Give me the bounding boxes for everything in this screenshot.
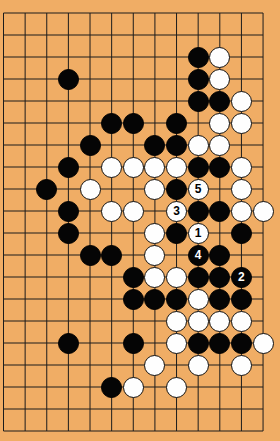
white-stone[interactable] [209,69,230,90]
black-stone[interactable] [188,69,209,90]
board-intersection [101,156,123,178]
black-stone[interactable] [123,267,144,288]
board-intersection [187,266,209,288]
black-stone[interactable] [209,245,230,266]
board-intersection [166,222,188,244]
white-stone[interactable] [231,201,252,222]
black-stone[interactable] [188,91,209,112]
board-intersection [187,354,209,376]
black-stone[interactable] [166,179,187,200]
board-intersection [166,288,188,310]
board-intersection [122,156,144,178]
board-intersection [36,178,58,200]
black-stone[interactable] [188,201,209,222]
board-intersection [231,112,253,134]
black-stone[interactable] [231,223,252,244]
white-stone[interactable] [209,311,230,332]
board-intersection [166,112,188,134]
white-stone[interactable] [188,355,209,376]
board-intersection [209,200,231,222]
board-intersection [122,288,144,310]
white-stone[interactable] [123,157,144,178]
white-stone[interactable] [253,201,274,222]
black-stone[interactable] [58,333,79,354]
board-intersection [231,332,253,354]
white-stone[interactable] [209,135,230,156]
board-intersection [231,354,253,376]
board-intersection [122,266,144,288]
board-intersection [58,332,80,354]
board-intersection [231,178,253,200]
board-intersection [101,112,123,134]
white-stone[interactable] [253,333,274,354]
black-stone[interactable] [188,157,209,178]
board-intersection [209,68,231,90]
black-stone[interactable] [58,157,79,178]
board-intersection [79,178,101,200]
board-intersection [144,288,166,310]
board-intersection: 5 [187,178,209,200]
board-intersection [58,156,80,178]
board-intersection [231,90,253,112]
stone-layer: 53142 [0,2,274,441]
black-stone[interactable] [188,333,209,354]
white-stone[interactable] [188,311,209,332]
black-stone[interactable] [188,47,209,68]
board-intersection [122,332,144,354]
board-intersection [187,68,209,90]
black-stone[interactable] [209,91,230,112]
board-intersection [58,200,80,222]
black-stone[interactable] [166,113,187,134]
board-intersection [209,112,231,134]
board-intersection [101,200,123,222]
white-stone[interactable] [144,179,165,200]
white-stone[interactable] [231,311,252,332]
black-stone[interactable] [209,333,230,354]
board-intersection: 2 [231,266,253,288]
board-intersection [122,200,144,222]
board-intersection [252,200,274,222]
black-stone[interactable] [188,267,209,288]
board-intersection [101,244,123,266]
black-stone[interactable] [231,333,252,354]
white-stone[interactable] [144,245,165,266]
white-stone[interactable] [80,179,101,200]
board-intersection [209,46,231,68]
black-stone[interactable] [209,289,230,310]
board-intersection [166,376,188,398]
white-stone[interactable] [231,355,252,376]
black-stone[interactable] [231,289,252,310]
board-intersection [166,332,188,354]
board-intersection [187,156,209,178]
board-intersection [144,156,166,178]
black-stone[interactable] [58,69,79,90]
board-intersection [79,244,101,266]
white-stone[interactable] [144,267,165,288]
board-intersection [187,310,209,332]
board-intersection [252,332,274,354]
black-stone[interactable] [166,223,187,244]
board-intersection [58,68,80,90]
black-stone[interactable] [144,289,165,310]
black-stone[interactable] [36,179,57,200]
board-intersection [209,134,231,156]
board-intersection [209,90,231,112]
black-stone[interactable] [209,267,230,288]
board-intersection [166,134,188,156]
numbered-stone-2-black[interactable]: 2 [231,267,252,288]
white-stone[interactable] [166,333,187,354]
white-stone[interactable] [144,223,165,244]
board-intersection [187,200,209,222]
board-intersection [209,288,231,310]
numbered-stone-3-white[interactable]: 3 [166,201,187,222]
black-stone[interactable] [166,289,187,310]
black-stone[interactable] [123,289,144,310]
white-stone[interactable] [231,113,252,134]
white-stone[interactable] [144,157,165,178]
board-intersection [166,266,188,288]
white-stone[interactable] [231,179,252,200]
white-stone[interactable] [123,377,144,398]
white-stone[interactable] [188,289,209,310]
black-stone[interactable] [58,201,79,222]
numbered-stone-1-white[interactable]: 1 [188,223,209,244]
white-stone[interactable] [231,157,252,178]
white-stone[interactable] [123,201,144,222]
white-stone[interactable] [144,355,165,376]
black-stone[interactable] [101,245,122,266]
board-intersection [231,156,253,178]
board-intersection [144,244,166,266]
board-intersection [231,222,253,244]
black-stone[interactable] [209,157,230,178]
white-stone[interactable] [166,157,187,178]
board-intersection [231,310,253,332]
board-intersection [187,332,209,354]
black-stone[interactable] [123,333,144,354]
board-intersection [209,310,231,332]
board-intersection: 3 [166,200,188,222]
board-intersection [122,376,144,398]
white-stone[interactable] [101,157,122,178]
black-stone[interactable] [58,223,79,244]
black-stone[interactable] [80,245,101,266]
board-intersection [187,46,209,68]
board-intersection [166,310,188,332]
board-intersection [79,134,101,156]
board-intersection [144,134,166,156]
white-stone[interactable] [166,377,187,398]
black-stone[interactable] [101,377,122,398]
board-intersection [144,354,166,376]
board-intersection: 4 [187,244,209,266]
board-intersection [187,288,209,310]
white-stone[interactable] [209,47,230,68]
board-intersection [231,288,253,310]
board-intersection [144,266,166,288]
board-intersection [231,200,253,222]
board-intersection [166,156,188,178]
white-stone[interactable] [101,201,122,222]
board-intersection [209,156,231,178]
board-intersection [58,222,80,244]
white-stone[interactable] [231,91,252,112]
white-stone[interactable] [166,311,187,332]
black-stone[interactable] [166,135,187,156]
numbered-stone-5-white[interactable]: 5 [188,179,209,200]
board-intersection [166,178,188,200]
white-stone[interactable] [209,113,230,134]
black-stone[interactable] [101,113,122,134]
black-stone[interactable] [123,113,144,134]
black-stone[interactable] [144,135,165,156]
black-stone[interactable] [209,201,230,222]
board-intersection [144,178,166,200]
board-intersection [209,266,231,288]
numbered-stone-4-black[interactable]: 4 [188,245,209,266]
white-stone[interactable] [166,267,187,288]
board-intersection [209,244,231,266]
board-intersection: 1 [187,222,209,244]
board-intersection [209,332,231,354]
black-stone[interactable] [80,135,101,156]
board-intersection [144,222,166,244]
board-intersection [187,90,209,112]
board-intersection [187,134,209,156]
go-board[interactable]: 53142 [0,0,280,441]
white-stone[interactable] [188,135,209,156]
board-intersection [101,376,123,398]
board-intersection [122,112,144,134]
